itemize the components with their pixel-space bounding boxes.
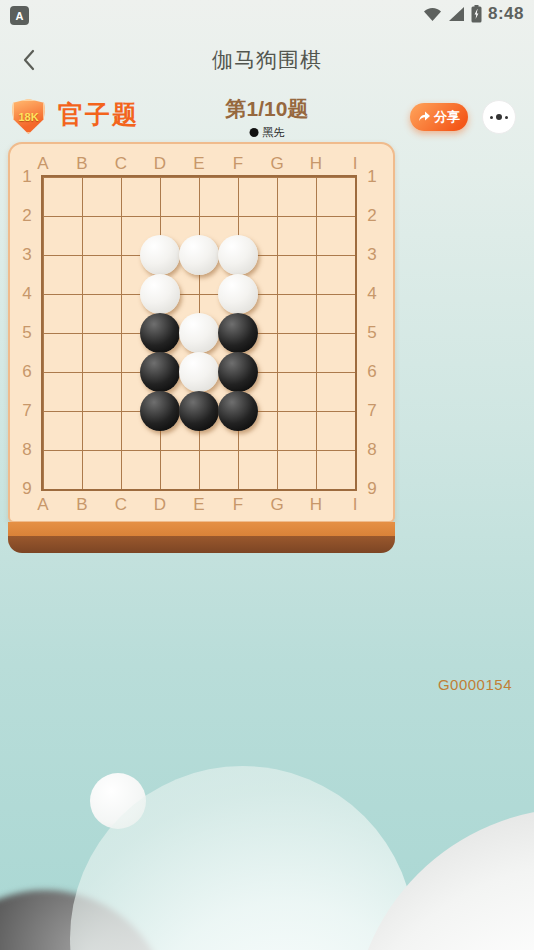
app-screen: A 8:48 伽马狗围棋 — [0, 0, 534, 950]
col-label-A: A — [37, 495, 48, 515]
board-base-bottom — [8, 536, 395, 553]
more-options-button[interactable] — [482, 100, 516, 134]
col-label-B: B — [76, 495, 87, 515]
share-arrow-icon — [418, 110, 431, 125]
row-label-2: 2 — [367, 206, 376, 226]
row-label-2: 2 — [22, 206, 31, 226]
rank-label: 18K — [18, 111, 38, 123]
black-stone-F6 — [218, 352, 258, 392]
wifi-icon — [423, 6, 442, 22]
white-stone-D4 — [140, 274, 180, 314]
black-stone-D7 — [140, 391, 180, 431]
col-label-I: I — [353, 154, 358, 174]
col-label-G: G — [270, 154, 283, 174]
row-label-9: 9 — [22, 479, 31, 499]
turn-label: 黑先 — [263, 125, 285, 140]
ellipsis-icon — [490, 114, 508, 120]
white-stone-F4 — [218, 274, 258, 314]
black-stone-D5 — [140, 313, 180, 353]
puzzle-bar: 18K 官子题 第1/10题 黑先 分享 — [0, 94, 534, 140]
col-label-C: C — [115, 154, 127, 174]
row-label-1: 1 — [22, 167, 31, 187]
black-stone-D6 — [140, 352, 180, 392]
row-label-8: 8 — [367, 440, 376, 460]
row-label-4: 4 — [367, 284, 376, 304]
cellular-signal-icon — [448, 7, 465, 22]
row-label-6: 6 — [367, 362, 376, 382]
col-label-C: C — [115, 495, 127, 515]
col-label-B: B — [76, 154, 87, 174]
row-label-7: 7 — [367, 401, 376, 421]
status-bar: A 8:48 — [0, 0, 534, 30]
black-stone-F7 — [218, 391, 258, 431]
white-stone-E6 — [179, 352, 219, 392]
rank-shield-badge: 18K — [12, 99, 45, 134]
row-label-3: 3 — [22, 245, 31, 265]
status-time: 8:48 — [488, 4, 524, 24]
col-label-D: D — [154, 154, 166, 174]
keyboard-a-icon: A — [10, 6, 29, 25]
white-stone-E5 — [179, 313, 219, 353]
white-stone-F3 — [218, 235, 258, 275]
col-label-H: H — [310, 495, 322, 515]
col-label-A: A — [37, 154, 48, 174]
row-label-3: 3 — [367, 245, 376, 265]
row-label-4: 4 — [22, 284, 31, 304]
board-base-top — [8, 522, 395, 536]
share-button[interactable]: 分享 — [410, 103, 468, 131]
row-label-7: 7 — [22, 401, 31, 421]
battery-charging-icon — [471, 5, 482, 23]
row-label-6: 6 — [22, 362, 31, 382]
row-label-9: 9 — [367, 479, 376, 499]
header: 伽马狗围棋 — [0, 38, 534, 80]
black-stone-F5 — [218, 313, 258, 353]
puzzle-code: G0000154 — [438, 676, 512, 693]
white-stone-E3 — [179, 235, 219, 275]
col-label-F: F — [233, 154, 243, 174]
row-label-5: 5 — [367, 323, 376, 343]
col-label-D: D — [154, 495, 166, 515]
row-label-8: 8 — [22, 440, 31, 460]
white-stone-D3 — [140, 235, 180, 275]
row-label-5: 5 — [22, 323, 31, 343]
col-label-H: H — [310, 154, 322, 174]
black-stone-dot-icon — [250, 128, 259, 137]
black-stone-E7 — [179, 391, 219, 431]
col-label-I: I — [353, 495, 358, 515]
share-label: 分享 — [434, 108, 460, 126]
col-label-F: F — [233, 495, 243, 515]
puzzle-progress: 第1/10题 黑先 — [226, 95, 309, 140]
puzzle-category-label: 官子题 — [58, 98, 139, 131]
col-label-E: E — [193, 495, 204, 515]
go-board: AABBCCDDEEFFGGHHII112233445566778899 — [8, 142, 395, 523]
col-label-G: G — [270, 495, 283, 515]
row-label-1: 1 — [367, 167, 376, 187]
col-label-E: E — [193, 154, 204, 174]
turn-indicator: 黑先 — [226, 125, 309, 140]
page-title: 伽马狗围棋 — [0, 46, 534, 74]
puzzle-progress-label: 第1/10题 — [226, 95, 309, 123]
